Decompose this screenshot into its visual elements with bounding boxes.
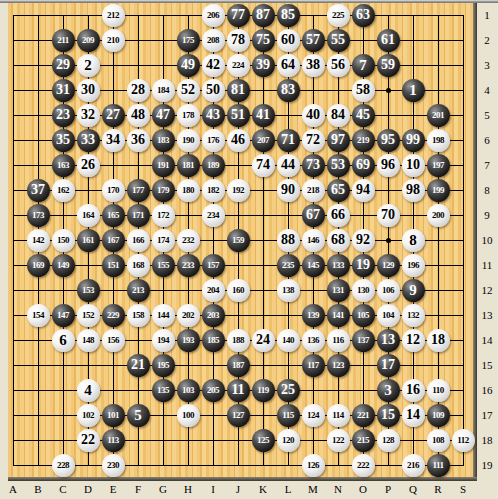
move-number: 174 [157, 236, 169, 245]
stone-white-84: 84 [327, 104, 350, 127]
stone-white-206: 206 [202, 4, 225, 27]
move-number: 109 [432, 411, 444, 420]
stone-white-148: 148 [77, 329, 100, 352]
stone-white-104: 104 [377, 304, 400, 327]
move-number: 56 [331, 58, 345, 72]
stone-black-9: 9 [402, 279, 425, 302]
move-number: 14 [406, 408, 420, 422]
stone-white-124: 124 [302, 404, 325, 427]
stone-black-53: 53 [327, 154, 350, 177]
stone-black-31: 31 [52, 79, 75, 102]
move-number: 48 [131, 108, 145, 122]
stone-white-202: 202 [177, 304, 200, 327]
stone-black-211: 211 [52, 29, 75, 52]
move-number: 68 [331, 233, 345, 247]
move-number: 60 [281, 33, 295, 47]
move-number: 117 [307, 361, 319, 370]
stone-black-71: 71 [277, 129, 300, 152]
stone-black-97: 97 [327, 129, 350, 152]
row-label-5: 5 [478, 108, 496, 122]
move-number: 113 [107, 436, 119, 445]
stone-black-189: 189 [202, 154, 225, 177]
move-number: 111 [432, 461, 443, 470]
stone-black-21: 21 [127, 354, 150, 377]
stone-white-225: 225 [327, 4, 350, 27]
move-number: 230 [107, 461, 119, 470]
column-label-K: K [255, 483, 271, 495]
move-number: 72 [306, 133, 320, 147]
stone-white-114: 114 [327, 404, 350, 427]
stone-white-50: 50 [202, 79, 225, 102]
move-number: 158 [132, 311, 144, 320]
stone-white-38: 38 [302, 54, 325, 77]
move-number: 177 [132, 186, 144, 195]
stone-white-170: 170 [102, 179, 125, 202]
column-label-R: R [430, 483, 446, 495]
move-number: 115 [282, 411, 294, 420]
row-label-4: 4 [478, 83, 496, 97]
move-number: 161 [82, 236, 94, 245]
stone-white-228: 228 [52, 454, 75, 477]
stone-black-3: 3 [377, 379, 400, 402]
stone-white-212: 212 [102, 4, 125, 27]
move-number: 168 [132, 261, 144, 270]
stone-black-11: 11 [227, 379, 250, 402]
stone-white-112: 112 [452, 429, 475, 452]
move-number: 119 [257, 386, 269, 395]
stone-white-146: 146 [302, 229, 325, 252]
stone-black-141: 141 [327, 304, 350, 327]
move-number: 112 [457, 436, 469, 445]
column-label-L: L [280, 483, 296, 495]
stone-black-13: 13 [377, 329, 400, 352]
stone-black-117: 117 [302, 354, 325, 377]
stone-black-45: 45 [352, 104, 375, 127]
stone-black-25: 25 [277, 379, 300, 402]
column-label-C: C [55, 483, 71, 495]
stone-white-12: 12 [402, 329, 425, 352]
move-number: 144 [157, 311, 169, 320]
move-number: 228 [57, 461, 69, 470]
move-number: 206 [207, 11, 219, 20]
move-number: 129 [382, 261, 394, 270]
stone-white-210: 210 [102, 29, 125, 52]
move-number: 170 [107, 186, 119, 195]
stone-black-199: 199 [427, 179, 450, 202]
stone-black-115: 115 [277, 404, 300, 427]
stone-black-129: 129 [377, 254, 400, 277]
move-number: 58 [356, 83, 370, 97]
move-number: 41 [256, 108, 270, 122]
move-number: 235 [282, 261, 294, 270]
stone-white-42: 42 [202, 54, 225, 77]
stone-white-28: 28 [127, 79, 150, 102]
move-number: 64 [281, 58, 295, 72]
move-number: 101 [107, 411, 119, 420]
stone-white-88: 88 [277, 229, 300, 252]
stone-black-85: 85 [277, 4, 300, 27]
move-number: 224 [232, 61, 244, 70]
move-number: 9 [409, 283, 417, 298]
move-number: 28 [131, 83, 145, 97]
move-number: 154 [32, 311, 44, 320]
stone-black-171: 171 [127, 204, 150, 227]
stone-white-110: 110 [427, 379, 450, 402]
move-number: 35 [56, 133, 70, 147]
move-number: 61 [381, 33, 395, 47]
stone-black-147: 147 [52, 304, 75, 327]
stone-white-26: 26 [77, 154, 100, 177]
stone-black-111: 111 [427, 454, 450, 477]
move-number: 213 [132, 286, 144, 295]
move-number: 16 [406, 383, 420, 397]
move-number: 5 [134, 408, 142, 423]
stone-white-128: 128 [377, 429, 400, 452]
move-number: 116 [332, 336, 344, 345]
move-number: 114 [332, 411, 344, 420]
move-number: 197 [432, 161, 444, 170]
column-label-P: P [380, 483, 396, 495]
move-number: 103 [182, 386, 194, 395]
move-number: 136 [307, 336, 319, 345]
stone-black-103: 103 [177, 379, 200, 402]
stone-white-176: 176 [202, 129, 225, 152]
move-number: 215 [357, 436, 369, 445]
grid-line-vertical [463, 15, 464, 466]
move-number: 4 [84, 383, 92, 398]
column-label-N: N [330, 483, 346, 495]
row-label-14: 14 [478, 333, 496, 347]
move-number: 124 [307, 411, 319, 420]
stone-white-68: 68 [327, 229, 350, 252]
stone-white-168: 168 [127, 254, 150, 277]
stone-black-197: 197 [427, 154, 450, 177]
row-label-7: 7 [478, 158, 496, 172]
move-number: 132 [407, 311, 419, 320]
move-number: 222 [357, 461, 369, 470]
stone-black-219: 219 [352, 129, 375, 152]
stone-white-40: 40 [302, 104, 325, 127]
move-number: 78 [231, 33, 245, 47]
move-number: 146 [307, 236, 319, 245]
move-number: 155 [157, 261, 169, 270]
row-label-3: 3 [478, 58, 496, 72]
stone-white-224: 224 [227, 54, 250, 77]
column-label-E: E [105, 483, 121, 495]
move-number: 188 [232, 336, 244, 345]
move-number: 75 [256, 33, 270, 47]
stone-black-233: 233 [177, 254, 200, 277]
stone-black-149: 149 [52, 254, 75, 277]
move-number: 2 [84, 58, 92, 73]
stone-black-51: 51 [227, 104, 250, 127]
move-number: 184 [157, 86, 169, 95]
stone-white-2: 2 [77, 54, 100, 77]
move-number: 32 [81, 108, 95, 122]
stone-black-43: 43 [202, 104, 225, 127]
move-number: 67 [306, 208, 320, 222]
stone-white-22: 22 [77, 429, 100, 452]
move-number: 39 [256, 58, 270, 72]
stone-black-105: 105 [352, 304, 375, 327]
stone-white-46: 46 [227, 129, 250, 152]
column-label-Q: Q [405, 483, 421, 495]
move-number: 153 [82, 286, 94, 295]
stone-white-66: 66 [327, 204, 350, 227]
move-number: 3 [384, 383, 392, 398]
move-number: 151 [107, 261, 119, 270]
stone-black-7: 7 [352, 54, 375, 77]
stone-black-159: 159 [227, 229, 250, 252]
stone-white-182: 182 [202, 179, 225, 202]
move-number: 187 [232, 361, 244, 370]
move-number: 57 [306, 33, 320, 47]
board-shadow-right [473, 3, 477, 481]
move-number: 148 [82, 336, 94, 345]
move-number: 199 [432, 186, 444, 195]
stone-black-1: 1 [402, 79, 425, 102]
move-number: 36 [131, 133, 145, 147]
stone-black-127: 127 [227, 404, 250, 427]
stone-white-156: 156 [102, 329, 125, 352]
stone-white-234: 234 [202, 204, 225, 227]
stone-white-130: 130 [352, 279, 375, 302]
move-number: 183 [157, 136, 169, 145]
stone-white-174: 174 [152, 229, 175, 252]
move-number: 179 [157, 186, 169, 195]
stone-black-193: 193 [177, 329, 200, 352]
row-label-11: 11 [478, 258, 496, 272]
stone-white-230: 230 [102, 454, 125, 477]
move-number: 123 [332, 361, 344, 370]
row-label-18: 18 [478, 433, 496, 447]
move-number: 201 [432, 111, 444, 120]
move-number: 15 [381, 408, 395, 422]
stone-black-157: 157 [202, 254, 225, 277]
stone-black-155: 155 [152, 254, 175, 277]
move-number: 127 [232, 411, 244, 420]
move-number: 216 [407, 461, 419, 470]
stone-black-137: 137 [352, 329, 375, 352]
move-number: 42 [206, 58, 220, 72]
stone-white-48: 48 [127, 104, 150, 127]
stone-white-4: 4 [77, 379, 100, 402]
stone-white-70: 70 [377, 204, 400, 227]
stone-white-106: 106 [377, 279, 400, 302]
stone-black-15: 15 [377, 404, 400, 427]
move-number: 87 [256, 8, 270, 22]
stone-white-166: 166 [127, 229, 150, 252]
stone-white-34: 34 [102, 129, 125, 152]
move-number: 70 [381, 208, 395, 222]
column-label-A: A [5, 483, 21, 495]
stone-white-192: 192 [227, 179, 250, 202]
move-number: 202 [182, 311, 194, 320]
column-label-B: B [30, 483, 46, 495]
move-number: 133 [332, 261, 344, 270]
stone-white-162: 162 [52, 179, 75, 202]
stone-white-100: 100 [177, 404, 200, 427]
stone-black-207: 207 [252, 129, 275, 152]
move-number: 182 [207, 186, 219, 195]
stone-white-144: 144 [152, 304, 175, 327]
move-number: 18 [431, 333, 445, 347]
column-label-H: H [180, 483, 196, 495]
move-number: 126 [307, 461, 319, 470]
move-number: 10 [406, 158, 420, 172]
move-number: 44 [281, 158, 295, 172]
stone-white-92: 92 [352, 229, 375, 252]
stone-white-154: 154 [27, 304, 50, 327]
move-number: 43 [206, 108, 220, 122]
move-number: 66 [331, 208, 345, 222]
row-label-2: 2 [478, 33, 496, 47]
stone-black-49: 49 [177, 54, 200, 77]
move-number: 140 [282, 336, 294, 345]
stone-white-194: 194 [152, 329, 175, 352]
move-number: 25 [281, 383, 295, 397]
stone-white-116: 116 [327, 329, 350, 352]
move-number: 165 [107, 211, 119, 220]
move-number: 141 [332, 311, 344, 320]
stone-white-180: 180 [177, 179, 200, 202]
move-number: 205 [207, 386, 219, 395]
move-number: 138 [282, 286, 294, 295]
move-number: 46 [231, 133, 245, 147]
stone-white-198: 198 [427, 129, 450, 152]
stone-black-153: 153 [77, 279, 100, 302]
move-number: 131 [332, 286, 344, 295]
row-label-10: 10 [478, 233, 496, 247]
move-number: 162 [57, 186, 69, 195]
move-number: 176 [207, 136, 219, 145]
column-label-F: F [130, 483, 146, 495]
move-number: 40 [306, 108, 320, 122]
stone-black-73: 73 [302, 154, 325, 177]
stone-black-67: 67 [302, 204, 325, 227]
stone-black-179: 179 [152, 179, 175, 202]
stone-black-229: 229 [102, 304, 125, 327]
stone-white-10: 10 [402, 154, 425, 177]
stone-black-19: 19 [352, 254, 375, 277]
stone-black-163: 163 [52, 154, 75, 177]
stone-white-60: 60 [277, 29, 300, 52]
stone-white-78: 78 [227, 29, 250, 52]
move-number: 234 [207, 211, 219, 220]
stone-black-5: 5 [127, 404, 150, 427]
move-number: 212 [107, 11, 119, 20]
star-point [386, 88, 391, 93]
move-number: 192 [232, 186, 244, 195]
stone-black-183: 183 [152, 129, 175, 152]
move-number: 22 [81, 433, 95, 447]
stone-white-158: 158 [127, 304, 150, 327]
move-number: 92 [356, 233, 370, 247]
move-number: 232 [182, 236, 194, 245]
stone-black-83: 83 [277, 79, 300, 102]
stone-black-65: 65 [327, 179, 350, 202]
move-number: 69 [356, 158, 370, 172]
move-number: 105 [357, 311, 369, 320]
row-label-13: 13 [478, 308, 496, 322]
stone-white-140: 140 [277, 329, 300, 352]
stone-white-216: 216 [402, 454, 425, 477]
row-label-12: 12 [478, 283, 496, 297]
move-number: 185 [207, 336, 219, 345]
column-label-D: D [80, 483, 96, 495]
move-number: 50 [206, 83, 220, 97]
move-number: 51 [231, 108, 245, 122]
move-number: 142 [32, 236, 44, 245]
column-label-J: J [230, 483, 246, 495]
move-number: 147 [57, 311, 69, 320]
stone-black-99: 99 [402, 129, 425, 152]
stone-black-209: 209 [77, 29, 100, 52]
move-number: 17 [381, 358, 395, 372]
stone-black-203: 203 [202, 304, 225, 327]
go-board-diagram: 1234567891011121314151617181921222324252… [0, 0, 498, 499]
move-number: 47 [156, 108, 170, 122]
move-number: 24 [256, 333, 270, 347]
move-number: 218 [307, 186, 319, 195]
move-number: 191 [157, 161, 169, 170]
move-number: 221 [357, 411, 369, 420]
move-number: 194 [157, 336, 169, 345]
move-number: 181 [182, 161, 194, 170]
stone-white-126: 126 [302, 454, 325, 477]
stone-white-64: 64 [277, 54, 300, 77]
stone-black-113: 113 [102, 429, 125, 452]
move-number: 106 [382, 286, 394, 295]
move-number: 210 [107, 36, 119, 45]
move-number: 163 [57, 161, 69, 170]
move-number: 159 [232, 236, 244, 245]
star-point [386, 238, 391, 243]
stone-white-96: 96 [377, 154, 400, 177]
move-number: 27 [106, 108, 120, 122]
stone-white-188: 188 [227, 329, 250, 352]
move-number: 74 [256, 158, 270, 172]
stone-black-61: 61 [377, 29, 400, 52]
move-number: 189 [207, 161, 219, 170]
move-number: 7 [359, 58, 367, 73]
stone-black-131: 131 [327, 279, 350, 302]
move-number: 71 [281, 133, 295, 147]
move-number: 97 [331, 133, 345, 147]
stone-white-138: 138 [277, 279, 300, 302]
move-number: 33 [81, 133, 95, 147]
move-number: 38 [306, 58, 320, 72]
move-number: 88 [281, 233, 295, 247]
move-number: 198 [432, 136, 444, 145]
stone-white-36: 36 [127, 129, 150, 152]
stone-black-151: 151 [102, 254, 125, 277]
move-number: 219 [357, 136, 369, 145]
stone-black-205: 205 [202, 379, 225, 402]
stone-white-178: 178 [177, 104, 200, 127]
move-number: 34 [106, 133, 120, 147]
row-label-9: 9 [478, 208, 496, 222]
column-label-G: G [155, 483, 171, 495]
stone-black-55: 55 [327, 29, 350, 52]
stone-white-222: 222 [352, 454, 375, 477]
move-number: 145 [307, 261, 319, 270]
stone-black-145: 145 [302, 254, 325, 277]
move-number: 99 [406, 133, 420, 147]
move-number: 195 [157, 361, 169, 370]
stone-black-17: 17 [377, 354, 400, 377]
move-number: 77 [231, 8, 245, 22]
